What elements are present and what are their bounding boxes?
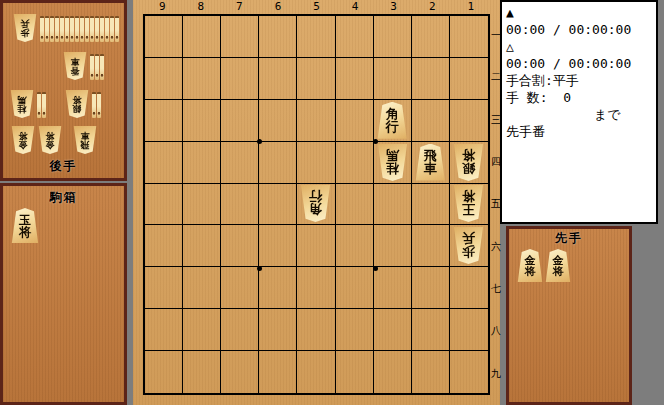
koma-gote-角[interactable]: 角行 (300, 185, 331, 222)
star-point (257, 266, 262, 271)
stacked-koma-edge (97, 92, 101, 118)
gote-hand-tray: 歩兵香車桂馬銀将金将金将飛車 後手 (0, 0, 127, 181)
square-8五[interactable] (183, 184, 221, 226)
stacked-koma-edge (37, 92, 41, 118)
square-9三[interactable] (145, 100, 183, 142)
piece-box-contents: 玉将 (11, 208, 39, 243)
square-5七[interactable] (297, 267, 335, 309)
file-label: 7 (220, 0, 259, 14)
square-1四[interactable]: 銀将 (450, 142, 488, 184)
sente-mark: ▲ (506, 4, 652, 21)
koma-gote-香[interactable]: 香車 (63, 52, 87, 80)
stacked-koma-edge (90, 16, 94, 42)
square-9七[interactable] (145, 267, 183, 309)
file-label: 5 (297, 0, 336, 14)
star-point (257, 139, 262, 144)
gote-hand-group-金[interactable]: 金将 (11, 126, 37, 154)
file-label: 1 (452, 0, 491, 14)
koma-kanji: 車 (424, 162, 437, 175)
file-label: 2 (413, 0, 452, 14)
square-6九[interactable] (259, 351, 297, 393)
koma-kanji: 角 (309, 204, 322, 217)
koma-gote-桂[interactable]: 桂馬 (377, 144, 408, 181)
square-1六[interactable]: 歩兵 (450, 225, 488, 267)
stacked-koma-edge (45, 16, 49, 42)
move-count: 手 数: 0 (506, 89, 652, 106)
file-labels: 987654321 (143, 0, 490, 14)
square-7四[interactable] (221, 142, 259, 184)
square-1一[interactable] (450, 16, 488, 58)
square-9一[interactable] (145, 16, 183, 58)
square-2五[interactable] (412, 184, 450, 226)
koma-gote-飛[interactable]: 飛車 (73, 126, 97, 154)
star-point (373, 139, 378, 144)
piece-box: 駒箱 玉将 (0, 183, 127, 405)
gote-hand-group-銀[interactable]: 銀将 (65, 90, 101, 118)
square-8九[interactable] (183, 351, 221, 393)
stacked-koma-edge (75, 16, 79, 42)
koma-kanji: 将 (462, 191, 475, 204)
square-4六[interactable] (336, 225, 374, 267)
handicap-text: 手合割:平手 (506, 72, 652, 89)
stacked-koma-edge (115, 16, 119, 42)
stacked-koma-edge (40, 16, 44, 42)
square-5一[interactable] (297, 16, 335, 58)
square-4八[interactable] (336, 309, 374, 351)
shogi-board: 987654321 一二三四五六七八九 角行桂馬飛車銀将角行王将歩兵 (133, 0, 500, 405)
koma-kanji: 車 (71, 57, 80, 66)
koma-kanji: 金 (553, 255, 564, 266)
square-7二[interactable] (221, 58, 259, 100)
gote-mark: △ (506, 38, 652, 55)
stacked-koma-edge (95, 54, 99, 80)
koma-gote-金[interactable]: 金将 (38, 126, 62, 154)
koma-kanji: 香 (71, 66, 80, 75)
square-5五[interactable]: 角行 (297, 184, 335, 226)
square-4二[interactable] (336, 58, 374, 100)
sente-hand-group-金[interactable]: 金将 (545, 249, 573, 282)
square-4四[interactable] (336, 142, 374, 184)
koma-sente-角[interactable]: 角行 (377, 102, 408, 139)
turn-indicator: 先手番 (506, 123, 652, 140)
koma-kanji: 行 (309, 191, 322, 204)
square-8四[interactable] (183, 142, 221, 184)
stacked-koma-edge (60, 16, 64, 42)
square-2七[interactable] (412, 267, 450, 309)
square-4五[interactable] (336, 184, 374, 226)
koma-sente-金[interactable]: 金将 (545, 249, 571, 282)
koma-sente-金[interactable]: 金将 (517, 249, 543, 282)
rank-label: 九 (490, 353, 502, 395)
koma-kanji: 将 (19, 131, 28, 140)
square-2三[interactable] (412, 100, 450, 142)
square-8二[interactable] (183, 58, 221, 100)
koma-kanji: 将 (46, 131, 55, 140)
stacked-koma-edge (110, 16, 114, 42)
gote-clock: 00:00 / 00:00:00 (506, 55, 652, 72)
koma-kanji: 王 (462, 204, 475, 217)
gote-hand-group-飛[interactable]: 飛車 (73, 126, 99, 154)
rank-label: 八 (490, 310, 502, 352)
rank-label: 六 (490, 226, 502, 268)
square-7三[interactable] (221, 100, 259, 142)
square-8七[interactable] (183, 267, 221, 309)
stacked-koma-edge (95, 16, 99, 42)
stacked-koma-edge (42, 92, 46, 118)
square-6二[interactable] (259, 58, 297, 100)
square-6三[interactable] (259, 100, 297, 142)
gote-hand-group-香[interactable]: 香車 (63, 52, 104, 80)
koma-kanji: 兵 (462, 233, 475, 246)
file-label: 9 (143, 0, 182, 14)
board-grid: 角行桂馬飛車銀将角行王将歩兵 (143, 14, 490, 395)
piece-box-label: 駒箱 (3, 189, 124, 206)
sente-hand-group-金[interactable]: 金将 (517, 249, 545, 282)
stacked-koma-edge (50, 16, 54, 42)
square-3三[interactable]: 角行 (374, 100, 412, 142)
stacked-koma-edge (85, 16, 89, 42)
gote-hand-group-歩[interactable]: 歩兵 (13, 14, 119, 42)
square-7六[interactable] (221, 225, 259, 267)
koma-kanji: 馬 (18, 95, 27, 104)
koma-kanji: 飛 (81, 140, 90, 149)
info-panel: ▲ 00:00 / 00:00:00 △ 00:00 / 00:00:00 手合… (500, 0, 658, 224)
koma-kanji: 兵 (21, 19, 30, 28)
square-2八[interactable] (412, 309, 450, 351)
square-7七[interactable] (221, 267, 259, 309)
square-3四[interactable]: 桂馬 (374, 142, 412, 184)
square-9四[interactable] (145, 142, 183, 184)
square-6八[interactable] (259, 309, 297, 351)
square-3五[interactable] (374, 184, 412, 226)
gote-hand-group-金[interactable]: 金将 (38, 126, 64, 154)
koma-kanji: 歩 (21, 28, 30, 37)
square-1八[interactable] (450, 309, 488, 351)
koma-sente-飛[interactable]: 飛車 (415, 144, 446, 181)
koma-kanji: 金 (46, 140, 55, 149)
square-3九[interactable] (374, 351, 412, 393)
square-7九[interactable] (221, 351, 259, 393)
square-4七[interactable] (336, 267, 374, 309)
square-5八[interactable] (297, 309, 335, 351)
gote-hand-group-桂[interactable]: 桂馬 (10, 90, 46, 118)
file-label: 8 (182, 0, 221, 14)
square-1五[interactable]: 王将 (450, 184, 488, 226)
square-8六[interactable] (183, 225, 221, 267)
square-3八[interactable] (374, 309, 412, 351)
koma-kanji: 将 (462, 149, 475, 162)
koma-kanji: 車 (81, 131, 90, 140)
gote-tray-label: 後手 (3, 158, 124, 175)
square-2二[interactable] (412, 58, 450, 100)
square-6五[interactable] (259, 184, 297, 226)
koma-gote-歩[interactable]: 歩兵 (13, 14, 37, 42)
square-9五[interactable] (145, 184, 183, 226)
koma-kanji: 金 (19, 140, 28, 149)
stacked-koma-edge (100, 16, 104, 42)
square-5三[interactable] (297, 100, 335, 142)
square-9九[interactable] (145, 351, 183, 393)
file-label: 4 (336, 0, 375, 14)
square-4一[interactable] (336, 16, 374, 58)
square-4三[interactable] (336, 100, 374, 142)
koma-kanji: 金 (525, 255, 536, 266)
koma-kanji: 将 (73, 95, 82, 104)
square-4九[interactable] (336, 351, 374, 393)
square-8三[interactable] (183, 100, 221, 142)
square-6四[interactable] (259, 142, 297, 184)
square-3一[interactable] (374, 16, 412, 58)
koma-gote-歩[interactable]: 歩兵 (453, 227, 484, 264)
square-9二[interactable] (145, 58, 183, 100)
sente-clock: 00:00 / 00:00:00 (506, 21, 652, 38)
square-5四[interactable] (297, 142, 335, 184)
koma-kanji: 将 (19, 226, 31, 238)
square-2一[interactable] (412, 16, 450, 58)
made-text: まで (506, 106, 652, 123)
square-2九[interactable] (412, 351, 450, 393)
koma-kanji: 銀 (73, 104, 82, 113)
square-7八[interactable] (221, 309, 259, 351)
koma-kanji: 将 (525, 266, 536, 277)
square-8八[interactable] (183, 309, 221, 351)
koma-kanji: 銀 (462, 162, 475, 175)
square-7一[interactable] (221, 16, 259, 58)
file-label: 6 (259, 0, 298, 14)
square-1二[interactable] (450, 58, 488, 100)
koma-gote-銀[interactable]: 銀将 (65, 90, 89, 118)
stacked-koma-edge (90, 54, 94, 80)
koma-kanji: 桂 (18, 104, 27, 113)
square-9八[interactable] (145, 309, 183, 351)
koma-kanji: 歩 (462, 246, 475, 259)
square-2四[interactable]: 飛車 (412, 142, 450, 184)
file-label: 3 (374, 0, 413, 14)
koma-gote-銀[interactable]: 銀将 (453, 144, 484, 181)
koma-gote-金[interactable]: 金将 (11, 126, 35, 154)
star-point (373, 266, 378, 271)
square-9六[interactable] (145, 225, 183, 267)
koma-sente-玉[interactable]: 玉将 (11, 208, 39, 243)
square-8一[interactable] (183, 16, 221, 58)
koma-gote-桂[interactable]: 桂馬 (10, 90, 34, 118)
stacked-koma-edge (70, 16, 74, 42)
square-1七[interactable] (450, 267, 488, 309)
square-6七[interactable] (259, 267, 297, 309)
square-2六[interactable] (412, 225, 450, 267)
stacked-koma-edge (65, 16, 69, 42)
stacked-koma-edge (100, 54, 104, 80)
koma-kanji: 馬 (386, 149, 399, 162)
square-5九[interactable] (297, 351, 335, 393)
stacked-koma-edge (105, 16, 109, 42)
sente-tray-label: 先手 (509, 230, 629, 247)
square-5二[interactable] (297, 58, 335, 100)
square-1九[interactable] (450, 351, 488, 393)
rank-label: 七 (490, 268, 502, 310)
square-7五[interactable] (221, 184, 259, 226)
koma-kanji: 玉 (19, 214, 31, 226)
square-6一[interactable] (259, 16, 297, 58)
sente-hand-tray: 先手 金将金将 (506, 226, 632, 405)
koma-kanji: 行 (386, 120, 399, 133)
stacked-koma-edge (92, 92, 96, 118)
stacked-koma-edge (80, 16, 84, 42)
square-1三[interactable] (450, 100, 488, 142)
koma-gote-王[interactable]: 王将 (453, 185, 484, 222)
square-3二[interactable] (374, 58, 412, 100)
koma-kanji: 桂 (386, 162, 399, 175)
square-5六[interactable] (297, 225, 335, 267)
stacked-koma-edge (55, 16, 59, 42)
koma-kanji: 将 (553, 266, 564, 277)
square-3六[interactable] (374, 225, 412, 267)
square-6六[interactable] (259, 225, 297, 267)
square-3七[interactable] (374, 267, 412, 309)
